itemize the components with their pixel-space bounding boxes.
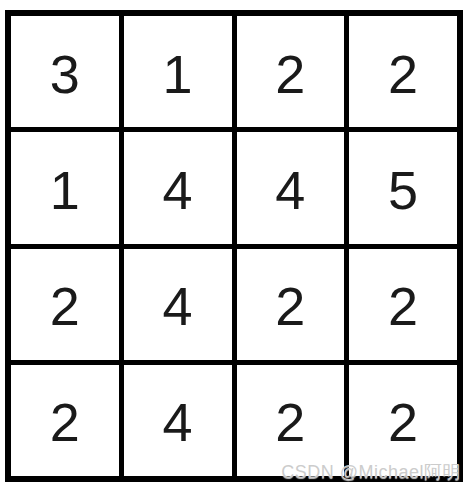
grid-cell-r4c1: 2 <box>11 365 119 476</box>
grid-cell-r2c1: 1 <box>11 132 119 243</box>
grid-cell-r4c3: 2 <box>237 365 345 476</box>
grid-cell-r2c3: 4 <box>237 132 345 243</box>
puzzle-grid: 3122144524222422 <box>5 10 463 482</box>
grid-cell-r1c2: 1 <box>124 16 232 127</box>
grid-cell-r3c4: 2 <box>349 249 457 360</box>
grid-cell-r1c3: 2 <box>237 16 345 127</box>
grid-cell-r1c1: 3 <box>11 16 119 127</box>
grid-cell-r3c1: 2 <box>11 249 119 360</box>
screenshot-root: 3122144524222422 CSDN @Michael阿明 <box>0 0 469 490</box>
grid-cell-r1c4: 2 <box>349 16 457 127</box>
grid-cell-r3c3: 2 <box>237 249 345 360</box>
grid-cell-r2c2: 4 <box>124 132 232 243</box>
grid-cell-r3c2: 4 <box>124 249 232 360</box>
grid-cell-r4c4: 2 <box>349 365 457 476</box>
grid-cell-r2c4: 5 <box>349 132 457 243</box>
grid-cell-r4c2: 4 <box>124 365 232 476</box>
